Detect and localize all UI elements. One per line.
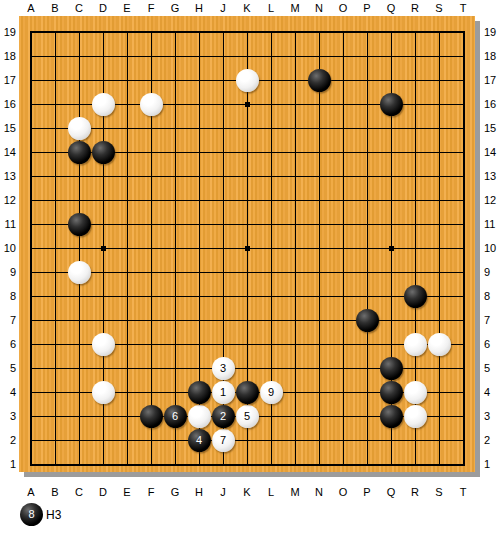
coord-label-bottom-f: F (148, 486, 155, 498)
coord-label-left-5: 5 (2, 362, 16, 374)
coord-label-top-f: F (148, 2, 155, 14)
coord-label-bottom-g: G (171, 486, 180, 498)
stone-black-q5 (380, 357, 403, 380)
stone-white-r4 (404, 381, 427, 404)
coord-label-bottom-l: L (268, 486, 274, 498)
coord-label-left-2: 2 (2, 434, 16, 446)
coord-label-left-19: 19 (2, 26, 16, 38)
coord-label-left-17: 17 (2, 74, 16, 86)
coord-label-left-10: 10 (2, 242, 16, 254)
coord-label-right-12: 12 (484, 194, 498, 206)
coord-label-left-9: 9 (2, 266, 16, 278)
coord-label-top-r: R (411, 2, 419, 14)
coord-label-right-11: 11 (484, 218, 498, 230)
stone-white-r3 (404, 405, 427, 428)
coord-label-bottom-n: N (315, 486, 323, 498)
coord-label-right-8: 8 (484, 290, 498, 302)
stone-black-h4 (188, 381, 211, 404)
coord-label-left-16: 16 (2, 98, 16, 110)
stone-white-d4 (92, 381, 115, 404)
coord-label-bottom-c: C (75, 486, 83, 498)
coord-label-left-14: 14 (2, 146, 16, 158)
coord-label-top-d: D (99, 2, 107, 14)
coord-label-bottom-h: H (195, 486, 203, 498)
coord-label-top-b: B (51, 2, 58, 14)
coord-label-right-18: 18 (484, 50, 498, 62)
stone-black-g3: 6 (164, 405, 187, 428)
stone-white-k3: 5 (236, 405, 259, 428)
move-number: 2 (220, 411, 226, 422)
coord-label-right-1: 1 (484, 458, 498, 470)
stone-black-q16 (380, 93, 403, 116)
coord-label-left-1: 1 (2, 458, 16, 470)
coord-label-right-15: 15 (484, 122, 498, 134)
coord-label-bottom-a: A (27, 486, 34, 498)
stone-black-k4 (236, 381, 259, 404)
coord-label-right-5: 5 (484, 362, 498, 374)
coord-label-right-2: 2 (484, 434, 498, 446)
coord-label-top-q: Q (387, 2, 396, 14)
stone-white-j5: 3 (212, 357, 235, 380)
coord-label-left-11: 11 (2, 218, 16, 230)
stone-white-j4: 1 (212, 381, 235, 404)
stone-white-h3 (188, 405, 211, 428)
move-number: 4 (196, 435, 202, 446)
stone-black-j3: 2 (212, 405, 235, 428)
go-board[interactable]: 31579246 (19, 16, 475, 472)
stone-black-c14 (68, 141, 91, 164)
coord-label-right-10: 10 (484, 242, 498, 254)
coord-label-bottom-b: B (51, 486, 58, 498)
coord-label-bottom-t: T (460, 486, 467, 498)
coord-label-bottom-e: E (123, 486, 130, 498)
coord-label-bottom-s: S (435, 486, 442, 498)
stone-black-f3 (140, 405, 163, 428)
coord-label-right-7: 7 (484, 314, 498, 326)
move-number: 6 (172, 411, 178, 422)
coord-label-left-18: 18 (2, 50, 16, 62)
coord-label-bottom-m: M (290, 486, 299, 498)
coord-label-left-4: 4 (2, 386, 16, 398)
coord-label-left-6: 6 (2, 338, 16, 350)
coord-label-top-g: G (171, 2, 180, 14)
stone-white-l4: 9 (260, 381, 283, 404)
coord-label-left-13: 13 (2, 170, 16, 182)
coord-label-left-12: 12 (2, 194, 16, 206)
stone-black-r8 (404, 285, 427, 308)
stone-white-f16 (140, 93, 163, 116)
coord-label-top-k: K (243, 2, 250, 14)
coord-label-right-13: 13 (484, 170, 498, 182)
move-number: 5 (244, 411, 250, 422)
coord-label-top-j: J (220, 2, 226, 14)
stone-black-h2: 4 (188, 429, 211, 452)
stone-black-n17 (308, 69, 331, 92)
coord-label-top-p: P (363, 2, 370, 14)
coord-label-bottom-d: D (99, 486, 107, 498)
coord-label-bottom-q: Q (387, 486, 396, 498)
coord-label-right-4: 4 (484, 386, 498, 398)
coord-label-top-s: S (435, 2, 442, 14)
coord-label-bottom-j: J (220, 486, 226, 498)
coord-label-top-m: M (290, 2, 299, 14)
stones-layer: 31579246 (31, 32, 464, 465)
stone-white-j2: 7 (212, 429, 235, 452)
coord-label-top-o: O (339, 2, 348, 14)
coord-label-left-15: 15 (2, 122, 16, 134)
move-number: 3 (220, 363, 226, 374)
stone-black-q4 (380, 381, 403, 404)
coord-label-right-3: 3 (484, 410, 498, 422)
stone-black-d14 (92, 141, 115, 164)
coord-label-top-n: N (315, 2, 323, 14)
caption: 8 H3 (0, 500, 500, 530)
caption-coordinate: H3 (46, 508, 61, 522)
coord-label-bottom-p: P (363, 486, 370, 498)
coord-label-left-3: 3 (2, 410, 16, 422)
coord-label-left-8: 8 (2, 290, 16, 302)
coord-label-bottom-o: O (339, 486, 348, 498)
coord-label-top-a: A (27, 2, 34, 14)
coord-label-top-c: C (75, 2, 83, 14)
stone-black-q3 (380, 405, 403, 428)
coord-label-right-16: 16 (484, 98, 498, 110)
caption-stone-black: 8 (20, 503, 43, 526)
coord-label-left-7: 7 (2, 314, 16, 326)
go-diagram-page: 31579246 ABCDEFGHJKLMNOPQRST ABCDEFGHJKL… (0, 0, 500, 537)
move-number: 9 (268, 387, 274, 398)
coord-label-bottom-r: R (411, 486, 419, 498)
stone-white-k17 (236, 69, 259, 92)
stone-white-s6 (428, 333, 451, 356)
coord-label-right-19: 19 (484, 26, 498, 38)
stone-black-p7 (356, 309, 379, 332)
coord-label-top-t: T (460, 2, 467, 14)
caption-move-number: 8 (28, 509, 34, 520)
coord-label-right-17: 17 (484, 74, 498, 86)
coord-label-top-h: H (195, 2, 203, 14)
stone-white-r6 (404, 333, 427, 356)
stone-white-d16 (92, 93, 115, 116)
stone-black-c11 (68, 213, 91, 236)
stone-white-c15 (68, 117, 91, 140)
coord-label-bottom-k: K (243, 486, 250, 498)
coord-label-right-6: 6 (484, 338, 498, 350)
move-number: 7 (220, 435, 226, 446)
stone-white-c9 (68, 261, 91, 284)
coord-label-right-9: 9 (484, 266, 498, 278)
coord-label-right-14: 14 (484, 146, 498, 158)
coord-label-top-e: E (123, 2, 130, 14)
coord-label-top-l: L (268, 2, 274, 14)
stone-white-d6 (92, 333, 115, 356)
move-number: 1 (220, 387, 226, 398)
